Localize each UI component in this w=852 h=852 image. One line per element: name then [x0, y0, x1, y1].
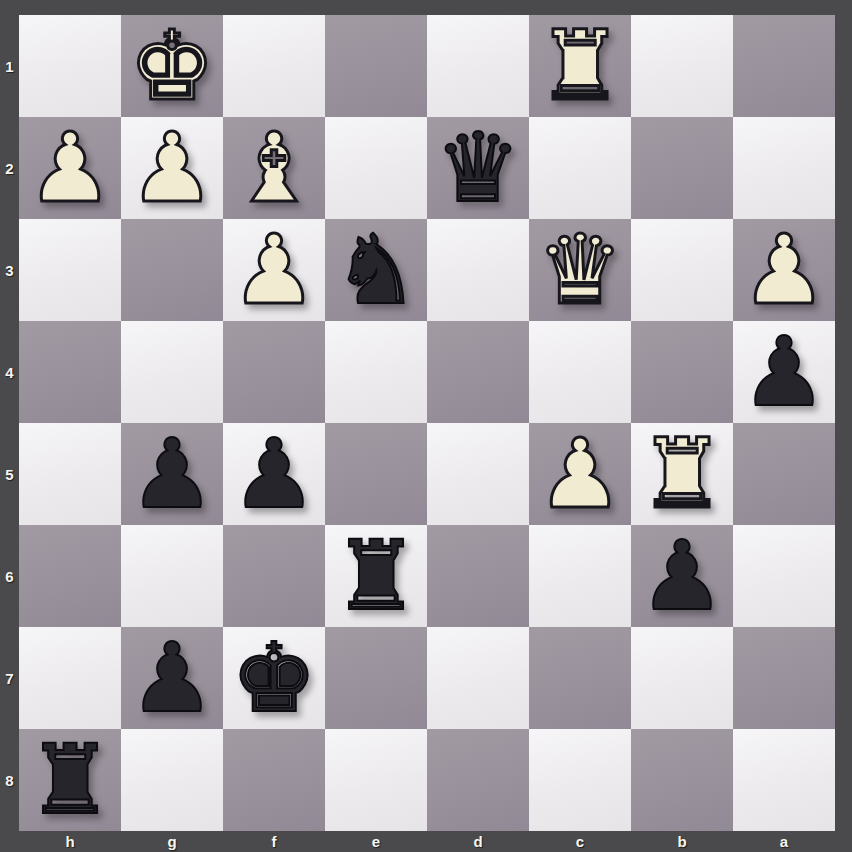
black-rook-piece: ♜: [27, 729, 113, 831]
white-pawn-piece: ♟: [741, 219, 827, 321]
square-e6[interactable]: ♜: [325, 525, 427, 627]
square-a6[interactable]: [733, 525, 835, 627]
square-a8[interactable]: [733, 729, 835, 831]
square-g3[interactable]: [121, 219, 223, 321]
square-h5[interactable]: [19, 423, 121, 525]
square-h8[interactable]: ♜: [19, 729, 121, 831]
black-pawn-piece: ♟: [741, 321, 827, 423]
white-pawn-piece: ♟: [129, 117, 215, 219]
square-c6[interactable]: [529, 525, 631, 627]
square-d3[interactable]: [427, 219, 529, 321]
square-b1[interactable]: [631, 15, 733, 117]
square-a5[interactable]: [733, 423, 835, 525]
white-rook-piece: ♜: [537, 15, 623, 117]
black-rook-piece: ♜: [333, 525, 419, 627]
rank-label-7: 7: [0, 627, 19, 729]
square-c8[interactable]: [529, 729, 631, 831]
square-g7[interactable]: ♟: [121, 627, 223, 729]
rank-label-3: 3: [0, 219, 19, 321]
square-b5[interactable]: ♜: [631, 423, 733, 525]
white-pawn-piece: ♟: [27, 117, 113, 219]
square-h7[interactable]: [19, 627, 121, 729]
rank-label-8: 8: [0, 729, 19, 831]
file-label-g: g: [121, 831, 223, 852]
board-frame: ♚♜♟♟♝♛♟♞♛♟♟♟♟♟♜♜♟♟♚♜ 12345678 hgfedcba: [0, 0, 852, 852]
square-b6[interactable]: ♟: [631, 525, 733, 627]
square-d8[interactable]: [427, 729, 529, 831]
square-h6[interactable]: [19, 525, 121, 627]
chess-board: ♚♜♟♟♝♛♟♞♛♟♟♟♟♟♜♜♟♟♚♜: [19, 15, 835, 831]
square-a7[interactable]: [733, 627, 835, 729]
file-label-e: e: [325, 831, 427, 852]
square-c7[interactable]: [529, 627, 631, 729]
square-c5[interactable]: ♟: [529, 423, 631, 525]
square-e1[interactable]: [325, 15, 427, 117]
square-d6[interactable]: [427, 525, 529, 627]
square-d2[interactable]: ♛: [427, 117, 529, 219]
square-e7[interactable]: [325, 627, 427, 729]
white-pawn-piece: ♟: [537, 423, 623, 525]
white-rook-piece: ♜: [639, 423, 725, 525]
square-c3[interactable]: ♛: [529, 219, 631, 321]
rank-label-1: 1: [0, 15, 19, 117]
square-b7[interactable]: [631, 627, 733, 729]
square-d7[interactable]: [427, 627, 529, 729]
black-knight-piece: ♞: [333, 219, 419, 321]
black-king-piece: ♚: [231, 627, 317, 729]
square-f7[interactable]: ♚: [223, 627, 325, 729]
square-f2[interactable]: ♝: [223, 117, 325, 219]
black-pawn-piece: ♟: [639, 525, 725, 627]
white-pawn-piece: ♟: [231, 219, 317, 321]
white-queen-piece: ♛: [537, 219, 623, 321]
file-label-h: h: [19, 831, 121, 852]
square-b4[interactable]: [631, 321, 733, 423]
file-label-f: f: [223, 831, 325, 852]
square-e5[interactable]: [325, 423, 427, 525]
square-g5[interactable]: ♟: [121, 423, 223, 525]
square-b3[interactable]: [631, 219, 733, 321]
square-d1[interactable]: [427, 15, 529, 117]
square-g2[interactable]: ♟: [121, 117, 223, 219]
square-c4[interactable]: [529, 321, 631, 423]
rank-label-6: 6: [0, 525, 19, 627]
square-g4[interactable]: [121, 321, 223, 423]
black-pawn-piece: ♟: [231, 423, 317, 525]
square-b2[interactable]: [631, 117, 733, 219]
square-g1[interactable]: ♚: [121, 15, 223, 117]
square-b8[interactable]: [631, 729, 733, 831]
square-d5[interactable]: [427, 423, 529, 525]
square-d4[interactable]: [427, 321, 529, 423]
square-h2[interactable]: ♟: [19, 117, 121, 219]
square-f6[interactable]: [223, 525, 325, 627]
square-e2[interactable]: [325, 117, 427, 219]
square-e3[interactable]: ♞: [325, 219, 427, 321]
file-label-d: d: [427, 831, 529, 852]
square-f4[interactable]: [223, 321, 325, 423]
square-h1[interactable]: [19, 15, 121, 117]
file-label-c: c: [529, 831, 631, 852]
square-g8[interactable]: [121, 729, 223, 831]
square-f5[interactable]: ♟: [223, 423, 325, 525]
rank-label-4: 4: [0, 321, 19, 423]
square-f8[interactable]: [223, 729, 325, 831]
square-a2[interactable]: [733, 117, 835, 219]
white-king-piece: ♚: [129, 15, 215, 117]
square-e4[interactable]: [325, 321, 427, 423]
square-a4[interactable]: ♟: [733, 321, 835, 423]
black-pawn-piece: ♟: [129, 423, 215, 525]
square-a1[interactable]: [733, 15, 835, 117]
file-label-b: b: [631, 831, 733, 852]
square-f1[interactable]: [223, 15, 325, 117]
square-a3[interactable]: ♟: [733, 219, 835, 321]
square-h4[interactable]: [19, 321, 121, 423]
square-c1[interactable]: ♜: [529, 15, 631, 117]
white-bishop-piece: ♝: [231, 117, 317, 219]
black-pawn-piece: ♟: [129, 627, 215, 729]
rank-label-2: 2: [0, 117, 19, 219]
square-e8[interactable]: [325, 729, 427, 831]
square-f3[interactable]: ♟: [223, 219, 325, 321]
file-label-a: a: [733, 831, 835, 852]
square-c2[interactable]: [529, 117, 631, 219]
square-g6[interactable]: [121, 525, 223, 627]
square-h3[interactable]: [19, 219, 121, 321]
black-queen-piece: ♛: [435, 117, 521, 219]
rank-label-5: 5: [0, 423, 19, 525]
